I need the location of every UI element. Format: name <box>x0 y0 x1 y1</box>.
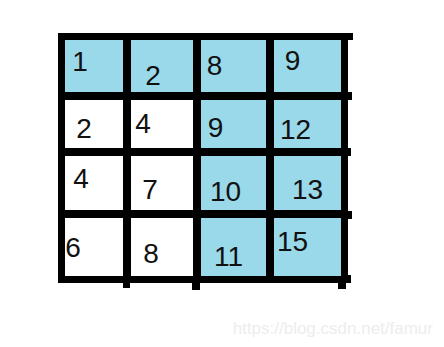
cell-value: 15 <box>277 228 308 256</box>
grid-cell-r2c3: 9 <box>201 100 266 148</box>
cell-value: 8 <box>143 240 159 268</box>
cell-value: 4 <box>73 165 89 193</box>
grid-cell-r1c1: 1 <box>65 40 123 92</box>
grid-cell-r3c1: 4 <box>65 156 123 210</box>
grid-cell-r1c3: 8 <box>201 40 266 92</box>
cell-value: 12 <box>280 116 311 144</box>
line-overshoot-row2-right <box>346 148 351 156</box>
cell-value: 4 <box>135 110 151 138</box>
line-overshoot-col2-bottom <box>123 283 130 288</box>
grid-cell-r2c2: 4 <box>131 100 193 148</box>
cell-value: 13 <box>292 176 323 204</box>
number-grid: 1 2 8 9 2 4 9 12 4 7 10 13 6 8 11 15 <box>58 33 348 283</box>
grid-cell-r1c4: 9 <box>274 40 341 92</box>
line-overshoot-bottom-right <box>346 275 351 283</box>
line-overshoot-row3-right <box>346 211 352 219</box>
grid-cell-r4c4: 15 <box>274 218 341 276</box>
grid-cell-r3c3: 10 <box>201 156 266 210</box>
grid-cell-r2c4: 12 <box>274 100 341 148</box>
grid-cell-r3c2: 7 <box>131 156 193 210</box>
grid-cell-r4c3: 11 <box>201 218 266 276</box>
cell-value: 9 <box>285 47 301 75</box>
watermark-url: https://blog.csdn.net/famur <box>233 319 433 339</box>
cell-value: 6 <box>65 234 81 262</box>
cell-value: 9 <box>208 114 224 142</box>
grid-cell-r4c1: 6 <box>65 218 123 276</box>
cell-value: 2 <box>76 115 92 143</box>
grid-cell-r2c1: 2 <box>65 100 123 148</box>
line-overshoot-top-right <box>348 33 353 40</box>
line-overshoot-col3-bottom <box>192 283 200 290</box>
cell-value: 10 <box>210 178 241 206</box>
cell-value: 1 <box>72 48 88 76</box>
grid-cell-r3c4: 13 <box>274 156 341 210</box>
line-overshoot-bottom-right-down <box>338 283 346 289</box>
line-overshoot-row1-right <box>346 92 352 100</box>
grid-cell-r4c2: 8 <box>131 218 193 276</box>
cell-value: 2 <box>145 62 161 90</box>
cell-value: 11 <box>214 243 243 271</box>
cell-value: 7 <box>142 176 158 204</box>
grid-cell-r1c2: 2 <box>131 40 193 92</box>
cell-value: 8 <box>207 52 223 80</box>
